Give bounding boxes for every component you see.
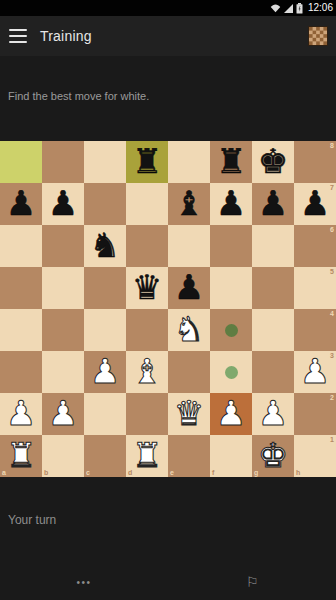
square-f3[interactable] xyxy=(210,351,252,393)
white-pawn-piece: ♟ xyxy=(90,354,120,388)
file-coordinate: c xyxy=(86,469,90,476)
square-h8[interactable]: 8 xyxy=(294,141,336,183)
ellipsis-icon: ••• xyxy=(76,577,91,588)
square-d2[interactable] xyxy=(126,393,168,435)
black-rook-piece: ♜ xyxy=(216,144,246,178)
square-c6[interactable]: ♞ xyxy=(84,225,126,267)
square-a1[interactable]: ♜a xyxy=(0,435,42,477)
resign-button[interactable]: ⚐ xyxy=(168,564,336,600)
white-pawn-piece: ♟ xyxy=(6,396,36,430)
white-king-piece: ♚ xyxy=(258,438,288,472)
square-g8[interactable]: ♚ xyxy=(252,141,294,183)
clock: 12:06 xyxy=(308,0,333,16)
chess-board: ♜♜♚8♟♟♝♟♟♟7♞6♛♟5♞4♟♝♟3♟♟♛♟♟2♜abc♜def♚g1h xyxy=(0,141,336,477)
square-g4[interactable] xyxy=(252,309,294,351)
square-d1[interactable]: ♜d xyxy=(126,435,168,477)
rank-coordinate: 1 xyxy=(330,436,334,443)
square-d4[interactable] xyxy=(126,309,168,351)
square-c2[interactable] xyxy=(84,393,126,435)
rank-coordinate: 6 xyxy=(330,226,334,233)
black-pawn-piece: ♟ xyxy=(174,270,204,304)
black-pawn-piece: ♟ xyxy=(258,186,288,220)
square-h1[interactable]: 1h xyxy=(294,435,336,477)
turn-status: Your turn xyxy=(8,513,56,527)
signal-icon xyxy=(284,4,293,13)
square-e5[interactable]: ♟ xyxy=(168,267,210,309)
wifi-icon xyxy=(270,4,281,13)
square-b8[interactable] xyxy=(42,141,84,183)
square-a3[interactable] xyxy=(0,351,42,393)
square-e6[interactable] xyxy=(168,225,210,267)
square-a5[interactable] xyxy=(0,267,42,309)
rank-coordinate: 3 xyxy=(330,352,334,359)
black-pawn-piece: ♟ xyxy=(48,186,78,220)
square-h6[interactable]: 6 xyxy=(294,225,336,267)
rank-coordinate: 8 xyxy=(330,142,334,149)
square-g7[interactable]: ♟ xyxy=(252,183,294,225)
rank-coordinate: 7 xyxy=(330,184,334,191)
square-c7[interactable] xyxy=(84,183,126,225)
square-g1[interactable]: ♚g xyxy=(252,435,294,477)
square-h7[interactable]: ♟7 xyxy=(294,183,336,225)
square-h3[interactable]: ♟3 xyxy=(294,351,336,393)
square-b6[interactable] xyxy=(42,225,84,267)
square-d3[interactable]: ♝ xyxy=(126,351,168,393)
bottom-bar: ••• ⚐ xyxy=(0,564,336,600)
rank-coordinate: 5 xyxy=(330,268,334,275)
black-king-piece: ♚ xyxy=(258,144,288,178)
square-e2[interactable]: ♛ xyxy=(168,393,210,435)
black-queen-piece: ♛ xyxy=(132,270,162,304)
square-c1[interactable]: c xyxy=(84,435,126,477)
square-d7[interactable] xyxy=(126,183,168,225)
square-b7[interactable]: ♟ xyxy=(42,183,84,225)
white-bishop-piece: ♝ xyxy=(132,354,162,388)
file-coordinate: b xyxy=(44,469,48,476)
white-pawn-piece: ♟ xyxy=(258,396,288,430)
page-title: Training xyxy=(40,16,92,56)
square-h4[interactable]: 4 xyxy=(294,309,336,351)
app-screen: 12:06 Training Find the best move for wh… xyxy=(0,0,336,600)
puzzle-instruction: Find the best move for white. xyxy=(8,89,328,104)
square-h2[interactable]: 2 xyxy=(294,393,336,435)
file-coordinate: h xyxy=(296,469,300,476)
black-pawn-piece: ♟ xyxy=(6,186,36,220)
square-b4[interactable] xyxy=(42,309,84,351)
black-knight-piece: ♞ xyxy=(90,228,120,262)
status-bar: 12:06 xyxy=(0,0,336,16)
square-g5[interactable] xyxy=(252,267,294,309)
square-d8[interactable]: ♜ xyxy=(126,141,168,183)
square-f5[interactable] xyxy=(210,267,252,309)
square-c4[interactable] xyxy=(84,309,126,351)
square-f7[interactable]: ♟ xyxy=(210,183,252,225)
white-rook-piece: ♜ xyxy=(6,438,36,472)
white-pawn-piece: ♟ xyxy=(48,396,78,430)
file-coordinate: d xyxy=(128,469,132,476)
square-a8[interactable] xyxy=(0,141,42,183)
square-a4[interactable] xyxy=(0,309,42,351)
square-b3[interactable] xyxy=(42,351,84,393)
square-f8[interactable]: ♜ xyxy=(210,141,252,183)
square-f6[interactable] xyxy=(210,225,252,267)
square-f2[interactable]: ♟ xyxy=(210,393,252,435)
menu-icon[interactable] xyxy=(9,29,27,43)
square-d6[interactable] xyxy=(126,225,168,267)
square-b2[interactable]: ♟ xyxy=(42,393,84,435)
file-coordinate: e xyxy=(170,469,174,476)
square-c5[interactable] xyxy=(84,267,126,309)
square-c3[interactable]: ♟ xyxy=(84,351,126,393)
square-b1[interactable]: b xyxy=(42,435,84,477)
square-g6[interactable] xyxy=(252,225,294,267)
square-a2[interactable]: ♟ xyxy=(0,393,42,435)
square-g3[interactable] xyxy=(252,351,294,393)
mini-board-icon[interactable] xyxy=(308,26,328,46)
square-f1[interactable]: f xyxy=(210,435,252,477)
square-g2[interactable]: ♟ xyxy=(252,393,294,435)
rank-coordinate: 2 xyxy=(330,394,334,401)
square-d5[interactable]: ♛ xyxy=(126,267,168,309)
square-e3[interactable] xyxy=(168,351,210,393)
square-f4[interactable] xyxy=(210,309,252,351)
white-pawn-piece: ♟ xyxy=(216,396,246,430)
file-coordinate: f xyxy=(212,469,214,476)
square-a7[interactable]: ♟ xyxy=(0,183,42,225)
more-actions-button[interactable]: ••• xyxy=(0,564,168,600)
square-a6[interactable] xyxy=(0,225,42,267)
square-e4[interactable]: ♞ xyxy=(168,309,210,351)
toolbar: Training xyxy=(0,16,336,56)
white-pawn-piece: ♟ xyxy=(300,354,330,388)
move-destination-dot[interactable] xyxy=(225,324,238,337)
file-coordinate: a xyxy=(2,469,6,476)
square-b5[interactable] xyxy=(42,267,84,309)
black-pawn-piece: ♟ xyxy=(216,186,246,220)
black-rook-piece: ♜ xyxy=(132,144,162,178)
square-e8[interactable] xyxy=(168,141,210,183)
white-rook-piece: ♜ xyxy=(132,438,162,472)
battery-icon xyxy=(296,3,303,14)
square-e1[interactable]: e xyxy=(168,435,210,477)
file-coordinate: g xyxy=(254,469,258,476)
square-h5[interactable]: 5 xyxy=(294,267,336,309)
black-bishop-piece: ♝ xyxy=(174,186,204,220)
black-pawn-piece: ♟ xyxy=(300,186,330,220)
flag-icon: ⚐ xyxy=(246,574,259,590)
square-c8[interactable] xyxy=(84,141,126,183)
square-e7[interactable]: ♝ xyxy=(168,183,210,225)
rank-coordinate: 4 xyxy=(330,310,334,317)
move-destination-dot[interactable] xyxy=(225,366,238,379)
white-queen-piece: ♛ xyxy=(174,396,204,430)
white-knight-piece: ♞ xyxy=(174,312,204,346)
